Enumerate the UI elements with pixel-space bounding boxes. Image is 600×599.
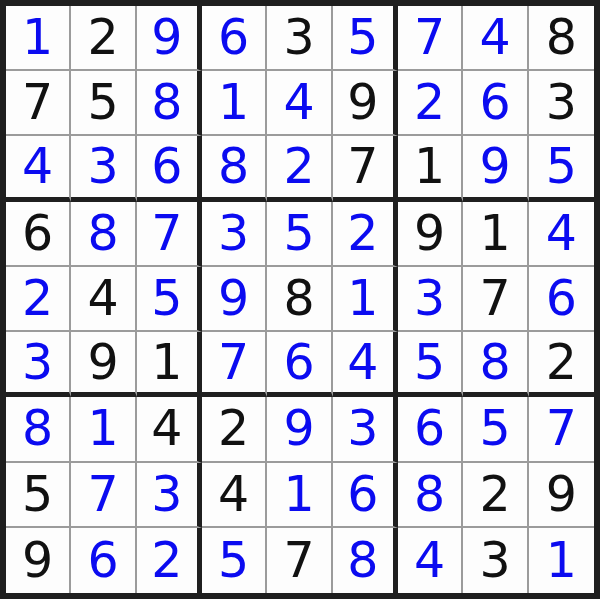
cell-r5c3[interactable]: 5: [137, 267, 202, 332]
cell-r1c1[interactable]: 1: [6, 6, 71, 71]
cell-r2c7[interactable]: 2: [398, 71, 463, 136]
cell-r4c5[interactable]: 5: [267, 202, 332, 267]
cell-r2c4[interactable]: 1: [202, 71, 267, 136]
cell-r5c7[interactable]: 3: [398, 267, 463, 332]
cell-r3c3[interactable]: 6: [137, 136, 202, 201]
cell-r4c2[interactable]: 8: [71, 202, 136, 267]
cell-r7c9[interactable]: 7: [529, 397, 594, 462]
cell-r9c3[interactable]: 2: [137, 528, 202, 593]
cell-r1c6[interactable]: 5: [333, 6, 398, 71]
cell-r5c2[interactable]: 4: [71, 267, 136, 332]
cell-r8c8[interactable]: 2: [463, 463, 528, 528]
cell-r9c7[interactable]: 4: [398, 528, 463, 593]
cell-r1c5[interactable]: 3: [267, 6, 332, 71]
cell-r4c7[interactable]: 9: [398, 202, 463, 267]
cell-r1c4[interactable]: 6: [202, 6, 267, 71]
cell-r5c1[interactable]: 2: [6, 267, 71, 332]
cell-r2c6[interactable]: 9: [333, 71, 398, 136]
cell-r8c7[interactable]: 8: [398, 463, 463, 528]
cell-r6c7[interactable]: 5: [398, 332, 463, 397]
cell-r3c9[interactable]: 5: [529, 136, 594, 201]
cell-r2c2[interactable]: 5: [71, 71, 136, 136]
cell-r8c6[interactable]: 6: [333, 463, 398, 528]
cell-r2c1[interactable]: 7: [6, 71, 71, 136]
sudoku-board: 1296357487581492634368271956873529142459…: [0, 0, 600, 599]
cell-r6c2[interactable]: 9: [71, 332, 136, 397]
cell-r4c6[interactable]: 2: [333, 202, 398, 267]
cell-r9c5[interactable]: 7: [267, 528, 332, 593]
cell-r6c4[interactable]: 7: [202, 332, 267, 397]
cell-r2c5[interactable]: 4: [267, 71, 332, 136]
cell-r9c6[interactable]: 8: [333, 528, 398, 593]
cell-r9c1[interactable]: 9: [6, 528, 71, 593]
cell-r7c5[interactable]: 9: [267, 397, 332, 462]
cell-r1c2[interactable]: 2: [71, 6, 136, 71]
cell-r7c2[interactable]: 1: [71, 397, 136, 462]
cell-r8c1[interactable]: 5: [6, 463, 71, 528]
cell-r1c7[interactable]: 7: [398, 6, 463, 71]
cell-r4c1[interactable]: 6: [6, 202, 71, 267]
cell-r6c3[interactable]: 1: [137, 332, 202, 397]
cell-r3c1[interactable]: 4: [6, 136, 71, 201]
cell-r1c8[interactable]: 4: [463, 6, 528, 71]
cell-r6c9[interactable]: 2: [529, 332, 594, 397]
cell-r4c8[interactable]: 1: [463, 202, 528, 267]
cell-r3c2[interactable]: 3: [71, 136, 136, 201]
cell-r5c4[interactable]: 9: [202, 267, 267, 332]
cell-r5c5[interactable]: 8: [267, 267, 332, 332]
cell-r8c2[interactable]: 7: [71, 463, 136, 528]
cell-r4c4[interactable]: 3: [202, 202, 267, 267]
cell-r2c8[interactable]: 6: [463, 71, 528, 136]
cell-r4c9[interactable]: 4: [529, 202, 594, 267]
cell-r8c9[interactable]: 9: [529, 463, 594, 528]
cell-r6c8[interactable]: 8: [463, 332, 528, 397]
cell-r9c2[interactable]: 6: [71, 528, 136, 593]
cell-r8c4[interactable]: 4: [202, 463, 267, 528]
cell-r9c9[interactable]: 1: [529, 528, 594, 593]
cell-r2c3[interactable]: 8: [137, 71, 202, 136]
cell-r1c9[interactable]: 8: [529, 6, 594, 71]
cell-r2c9[interactable]: 3: [529, 71, 594, 136]
cell-r7c6[interactable]: 3: [333, 397, 398, 462]
cell-r9c8[interactable]: 3: [463, 528, 528, 593]
cell-r3c5[interactable]: 2: [267, 136, 332, 201]
cell-r9c4[interactable]: 5: [202, 528, 267, 593]
cell-r7c4[interactable]: 2: [202, 397, 267, 462]
cell-r7c1[interactable]: 8: [6, 397, 71, 462]
cell-r5c9[interactable]: 6: [529, 267, 594, 332]
cell-r3c7[interactable]: 1: [398, 136, 463, 201]
cell-r5c8[interactable]: 7: [463, 267, 528, 332]
cell-r1c3[interactable]: 9: [137, 6, 202, 71]
cell-r6c5[interactable]: 6: [267, 332, 332, 397]
cell-r6c1[interactable]: 3: [6, 332, 71, 397]
cell-r7c3[interactable]: 4: [137, 397, 202, 462]
cell-r7c7[interactable]: 6: [398, 397, 463, 462]
cell-r5c6[interactable]: 1: [333, 267, 398, 332]
cell-r8c5[interactable]: 1: [267, 463, 332, 528]
cell-r4c3[interactable]: 7: [137, 202, 202, 267]
cell-r8c3[interactable]: 3: [137, 463, 202, 528]
cell-r7c8[interactable]: 5: [463, 397, 528, 462]
cell-r3c6[interactable]: 7: [333, 136, 398, 201]
cell-r6c6[interactable]: 4: [333, 332, 398, 397]
cell-r3c8[interactable]: 9: [463, 136, 528, 201]
cell-r3c4[interactable]: 8: [202, 136, 267, 201]
